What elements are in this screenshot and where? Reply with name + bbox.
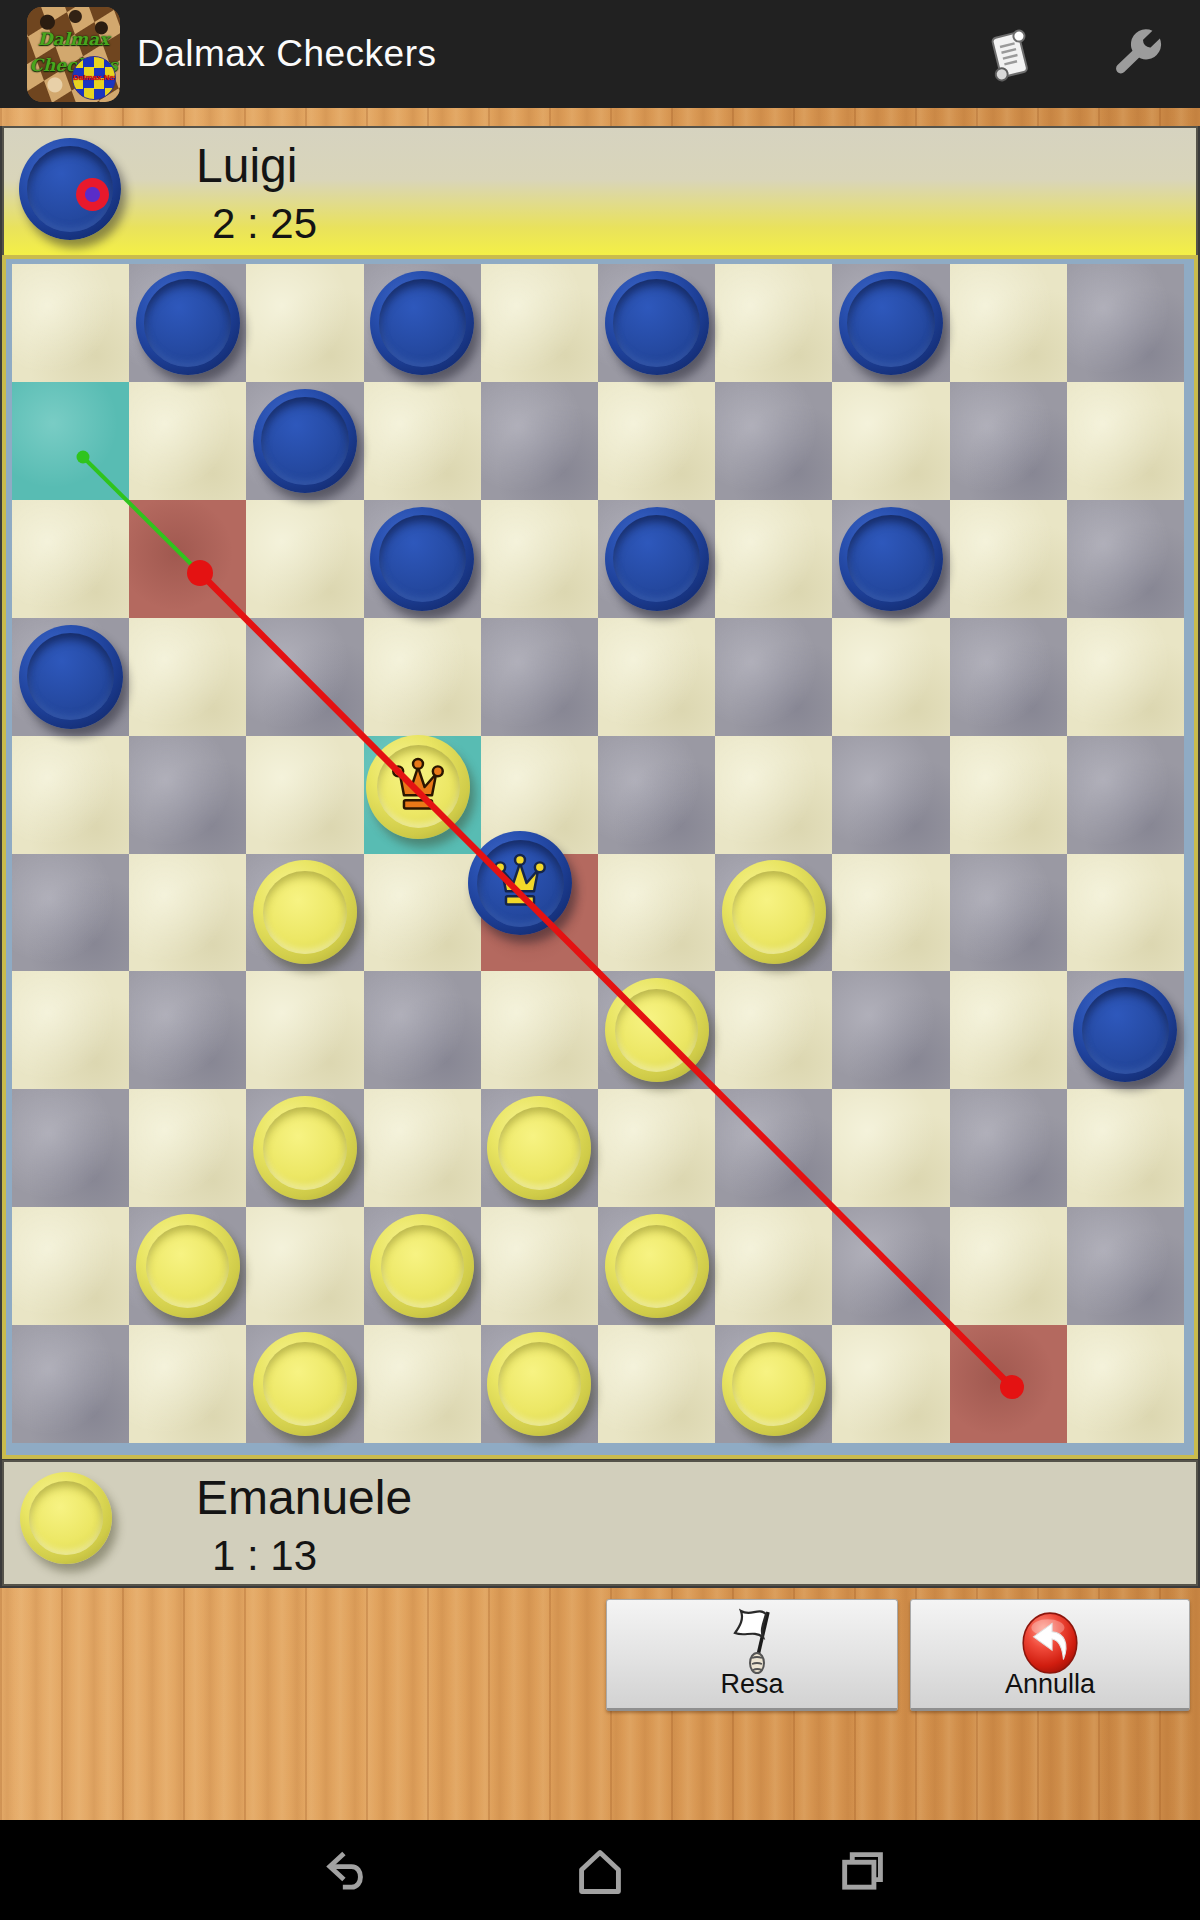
checker-blue-man[interactable]: [136, 271, 240, 375]
board-square[interactable]: [598, 382, 715, 500]
board-square[interactable]: [129, 1325, 246, 1443]
board-square[interactable]: [12, 1089, 129, 1207]
checker-blue-man[interactable]: [1073, 978, 1177, 1082]
board-square[interactable]: [950, 1325, 1067, 1443]
board-square[interactable]: [1067, 618, 1184, 736]
checker-blue-man[interactable]: [605, 271, 709, 375]
checker-yellow-man[interactable]: [722, 860, 826, 964]
king-crown-icon: [385, 754, 451, 820]
checker-yellow-man[interactable]: [605, 978, 709, 1082]
board-square[interactable]: [950, 500, 1067, 618]
wrench-icon: [1108, 26, 1164, 82]
board-square[interactable]: [950, 971, 1067, 1089]
board-square[interactable]: [364, 971, 481, 1089]
crown: [366, 735, 470, 839]
board-square[interactable]: [481, 382, 598, 500]
board-square[interactable]: [481, 1207, 598, 1325]
board-square[interactable]: [129, 854, 246, 972]
undo-arrow-icon: [911, 1606, 1189, 1678]
checker-blue-man[interactable]: [253, 389, 357, 493]
player-name-bottom: Emanuele: [196, 1470, 412, 1525]
board-square[interactable]: [364, 1325, 481, 1443]
board-square[interactable]: [950, 1207, 1067, 1325]
board-square[interactable]: [481, 971, 598, 1089]
board-square[interactable]: [715, 618, 832, 736]
player-name-top: Luigi: [196, 138, 297, 193]
board-square[interactable]: [129, 736, 246, 854]
scroll-icon: [983, 26, 1035, 82]
white-flag-icon: [607, 1606, 897, 1678]
board-square[interactable]: [1067, 264, 1184, 382]
board-square[interactable]: [598, 1325, 715, 1443]
board-square[interactable]: [1067, 1325, 1184, 1443]
board-square[interactable]: [364, 618, 481, 736]
board-square[interactable]: [129, 1089, 246, 1207]
board-square[interactable]: [481, 618, 598, 736]
board-square[interactable]: [715, 736, 832, 854]
board-square[interactable]: [246, 618, 363, 736]
checker-yellow-man[interactable]: [136, 1214, 240, 1318]
board-square[interactable]: [129, 618, 246, 736]
board-square[interactable]: [246, 736, 363, 854]
board-square[interactable]: [129, 382, 246, 500]
board-square[interactable]: [832, 382, 949, 500]
settings-button[interactable]: [1100, 0, 1172, 108]
dalmax-checkers-screen: Dalmax Checkers Dalmax.Net Dalmax Checke…: [0, 0, 1200, 1920]
board-square[interactable]: [950, 618, 1067, 736]
resign-button[interactable]: Resa: [606, 1599, 898, 1711]
board-square[interactable]: [12, 736, 129, 854]
board-square[interactable]: [1067, 854, 1184, 972]
board-square[interactable]: [832, 854, 949, 972]
recents-icon[interactable]: [836, 1846, 888, 1898]
board-square[interactable]: [832, 736, 949, 854]
player-panel-top: Luigi 2 : 25: [2, 126, 1198, 258]
checker-yellow-king[interactable]: [366, 735, 470, 839]
board-square[interactable]: [832, 618, 949, 736]
board-square[interactable]: [950, 854, 1067, 972]
player-clock-bottom: 1 : 13: [212, 1532, 317, 1580]
board-square[interactable]: [1067, 1207, 1184, 1325]
board-square[interactable]: [481, 500, 598, 618]
checker-yellow-man[interactable]: [722, 1332, 826, 1436]
king-crown-icon: [487, 850, 553, 916]
board-square[interactable]: [715, 971, 832, 1089]
blue-player-disc: [19, 138, 121, 240]
board-square[interactable]: [12, 1207, 129, 1325]
board-square[interactable]: [715, 382, 832, 500]
checker-blue-man[interactable]: [605, 507, 709, 611]
yellow-player-disc: [20, 1472, 112, 1564]
turn-indicator: [76, 178, 109, 211]
board-square[interactable]: [950, 736, 1067, 854]
checker-blue-king[interactable]: [468, 831, 572, 935]
player-clock-top: 2 : 25: [212, 200, 317, 248]
board-square[interactable]: [364, 1089, 481, 1207]
board-square[interactable]: [832, 971, 949, 1089]
home-icon[interactable]: [574, 1846, 626, 1898]
board-square[interactable]: [715, 500, 832, 618]
board-square[interactable]: [715, 264, 832, 382]
back-icon[interactable]: [319, 1846, 371, 1898]
app-logo-badge: Dalmax.Net: [72, 56, 116, 100]
checker-yellow-man[interactable]: [370, 1214, 474, 1318]
board-square[interactable]: [12, 854, 129, 972]
board-square[interactable]: [832, 1089, 949, 1207]
checker-yellow-man[interactable]: [487, 1332, 591, 1436]
undo-button-label: Annulla: [911, 1669, 1189, 1700]
board-square[interactable]: [12, 971, 129, 1089]
board-square[interactable]: [950, 1089, 1067, 1207]
board-square[interactable]: [950, 264, 1067, 382]
checker-yellow-man[interactable]: [253, 1096, 357, 1200]
board-square[interactable]: [12, 1325, 129, 1443]
board-square[interactable]: [364, 854, 481, 972]
board-square[interactable]: [832, 1207, 949, 1325]
player-panel-bottom: Emanuele 1 : 13: [2, 1460, 1198, 1586]
board-square[interactable]: [598, 1089, 715, 1207]
checker-yellow-man[interactable]: [253, 1332, 357, 1436]
board-square[interactable]: [1067, 736, 1184, 854]
board-square[interactable]: [364, 382, 481, 500]
checker-blue-man[interactable]: [19, 625, 123, 729]
wood-trim-top: [0, 108, 1200, 126]
board-square[interactable]: [598, 618, 715, 736]
checker-yellow-man[interactable]: [253, 860, 357, 964]
board-square[interactable]: [246, 1207, 363, 1325]
board-square[interactable]: [715, 1207, 832, 1325]
checker-blue-man[interactable]: [839, 507, 943, 611]
crown: [468, 831, 572, 935]
app-logo-icon: Dalmax Checkers Dalmax.Net: [27, 7, 120, 102]
board-square[interactable]: [246, 971, 363, 1089]
resign-button-label: Resa: [607, 1669, 897, 1700]
board-square[interactable]: [12, 500, 129, 618]
checker-yellow-man[interactable]: [487, 1096, 591, 1200]
android-nav-bar: [0, 1820, 1200, 1920]
board-square[interactable]: [1067, 500, 1184, 618]
checker-blue-man[interactable]: [370, 507, 474, 611]
board-square[interactable]: [12, 264, 129, 382]
board-square[interactable]: [12, 382, 129, 500]
board-grid: [12, 264, 1184, 1443]
checkers-board: [2, 255, 1198, 1459]
board-square[interactable]: [598, 854, 715, 972]
moves-list-button[interactable]: [975, 0, 1043, 108]
board-square[interactable]: [129, 971, 246, 1089]
checker-blue-man[interactable]: [370, 271, 474, 375]
checker-blue-man[interactable]: [839, 271, 943, 375]
board-square[interactable]: [598, 736, 715, 854]
board-square[interactable]: [950, 382, 1067, 500]
board-square[interactable]: [481, 264, 598, 382]
board-square[interactable]: [246, 264, 363, 382]
board-square[interactable]: [129, 500, 246, 618]
board-square[interactable]: [832, 1325, 949, 1443]
app-title: Dalmax Checkers: [137, 0, 436, 108]
board-square[interactable]: [1067, 382, 1184, 500]
board-square[interactable]: [1067, 1089, 1184, 1207]
app-logo-text1: Dalmax: [27, 29, 120, 49]
checker-yellow-man[interactable]: [605, 1214, 709, 1318]
action-bar: Dalmax Checkers Dalmax.Net Dalmax Checke…: [0, 0, 1200, 108]
board-square[interactable]: [715, 1089, 832, 1207]
board-square[interactable]: [246, 500, 363, 618]
undo-button[interactable]: Annulla: [910, 1599, 1190, 1711]
